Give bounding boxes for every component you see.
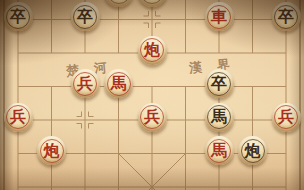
- piece-unknown-unknown[interactable]: [104, 0, 133, 7]
- xiangqi-board: 楚河 漢界 卒卒車卒炮兵馬卒兵兵馬兵炮馬炮: [0, 0, 304, 190]
- piece-unknown-unknown[interactable]: [138, 0, 167, 7]
- piece-glyph: 卒: [211, 75, 227, 91]
- piece-glyph: 兵: [77, 75, 93, 91]
- piece-炮-red[interactable]: 炮: [37, 136, 66, 165]
- piece-glyph: 馬: [111, 75, 127, 91]
- piece-車-red[interactable]: 車: [205, 2, 234, 31]
- piece-glyph: 兵: [144, 109, 160, 125]
- board-grid: 卒卒車卒炮兵馬卒兵兵馬兵炮馬炮: [1, 0, 303, 190]
- piece-glyph: 馬: [211, 109, 227, 125]
- piece-馬-red[interactable]: 馬: [205, 136, 234, 165]
- piece-卒-black[interactable]: 卒: [205, 69, 234, 98]
- piece-兵-red[interactable]: 兵: [138, 103, 167, 132]
- piece-炮-red[interactable]: 炮: [138, 36, 167, 65]
- piece-glyph: 車: [211, 8, 227, 24]
- piece-馬-black[interactable]: 馬: [205, 103, 234, 132]
- piece-卒-black[interactable]: 卒: [272, 2, 301, 31]
- piece-馬-red[interactable]: 馬: [104, 69, 133, 98]
- piece-glyph: 兵: [278, 109, 294, 125]
- piece-glyph: 兵: [10, 109, 26, 125]
- piece-glyph: 炮: [44, 142, 60, 158]
- piece-兵-red[interactable]: 兵: [4, 103, 33, 132]
- piece-glyph: 卒: [77, 8, 93, 24]
- piece-glyph: 卒: [10, 8, 26, 24]
- piece-卒-black[interactable]: 卒: [4, 2, 33, 31]
- piece-glyph: 炮: [144, 42, 160, 58]
- piece-炮-black[interactable]: 炮: [238, 136, 267, 165]
- piece-兵-red[interactable]: 兵: [272, 103, 301, 132]
- piece-glyph: 馬: [211, 142, 227, 158]
- piece-卒-black[interactable]: 卒: [71, 2, 100, 31]
- piece-glyph: 卒: [278, 8, 294, 24]
- piece-兵-red[interactable]: 兵: [71, 69, 100, 98]
- piece-glyph: 炮: [245, 142, 261, 158]
